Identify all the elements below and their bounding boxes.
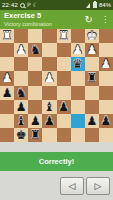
square-g7[interactable]: ♟ [85, 43, 99, 57]
black-king: ♚ [16, 128, 27, 140]
black-knight: ♞ [16, 86, 27, 98]
p-notification-icon: P [27, 2, 31, 8]
square-a4[interactable]: ♟ [0, 86, 14, 100]
square-e8[interactable]: ♜ [57, 29, 71, 43]
square-g4[interactable] [85, 86, 99, 100]
square-c7[interactable]: ♞ [28, 43, 42, 57]
square-d4[interactable] [42, 86, 56, 100]
black-pawn: ♟ [101, 114, 112, 126]
square-c4[interactable] [28, 86, 42, 100]
square-h1[interactable] [99, 128, 113, 142]
square-e3[interactable]: ♟ [57, 100, 71, 114]
black-pawn: ♟ [2, 86, 13, 98]
square-e4[interactable] [57, 86, 71, 100]
previous-exercise-button[interactable]: ◁ [60, 177, 84, 195]
battery-icon [93, 2, 97, 8]
white-pawn: ♟ [86, 44, 97, 56]
square-g8[interactable]: ♚ [85, 29, 99, 43]
square-b1[interactable]: ♚ [14, 128, 28, 142]
square-g5[interactable]: ♜ [85, 71, 99, 85]
square-e1[interactable] [57, 128, 71, 142]
chess-board: ♜♜♚♟♞♟♟♛♟♟♟♜♟♞♟♝♟♝♟♟♟♟♚♜ [0, 29, 113, 142]
overflow-menu-icon[interactable]: ⋮ [101, 16, 109, 24]
page-title: Exercise 5 [4, 12, 52, 20]
square-h7[interactable] [99, 43, 113, 57]
black-rook: ♜ [86, 72, 97, 84]
black-queen: ♛ [72, 58, 83, 70]
search-icon [20, 3, 25, 8]
square-g6[interactable] [85, 57, 99, 71]
square-c3[interactable] [28, 100, 42, 114]
black-rook: ♜ [30, 128, 41, 140]
square-h4[interactable] [99, 86, 113, 100]
square-d3[interactable]: ♝ [42, 100, 56, 114]
battery-percent: 84% [99, 2, 111, 8]
square-c2[interactable]: ♟ [28, 114, 42, 128]
square-a6[interactable] [0, 57, 14, 71]
white-king: ♚ [86, 30, 97, 42]
square-g1[interactable] [85, 128, 99, 142]
moon-icon: ☾ [33, 2, 38, 8]
square-b4[interactable]: ♞ [14, 86, 28, 100]
square-a2[interactable] [0, 114, 14, 128]
black-pawn: ♟ [44, 114, 55, 126]
square-f2[interactable] [71, 114, 85, 128]
black-knight: ♞ [30, 44, 41, 56]
next-exercise-button[interactable]: ▷ [86, 177, 110, 195]
square-a3[interactable] [0, 100, 14, 114]
bottom-panel: Correctly! ◁ ▷ [0, 142, 113, 200]
white-pawn: ♟ [16, 44, 27, 56]
square-h8[interactable] [99, 29, 113, 43]
square-a5[interactable]: ♟ [0, 71, 14, 85]
result-toast: Correctly! [0, 152, 113, 171]
square-d6[interactable] [42, 57, 56, 71]
page-subtitle: Victory combination [4, 21, 52, 27]
signal-icon [86, 3, 90, 8]
refresh-icon[interactable]: ↻ [85, 15, 93, 25]
square-h3[interactable] [99, 100, 113, 114]
square-b8[interactable] [14, 29, 28, 43]
square-c8[interactable] [28, 29, 42, 43]
square-b2[interactable]: ♝ [14, 114, 28, 128]
square-d5[interactable]: ♟ [42, 71, 56, 85]
square-c1[interactable]: ♜ [28, 128, 42, 142]
black-pawn: ♟ [16, 100, 27, 112]
status-bar: 22:42 P ☾ 84% [0, 0, 113, 10]
white-pawn: ♟ [2, 72, 13, 84]
square-d7[interactable] [42, 43, 56, 57]
next-arrow-icon: ▷ [95, 181, 102, 191]
square-d2[interactable]: ♟ [42, 114, 56, 128]
white-pawn: ♟ [72, 44, 83, 56]
square-d8[interactable] [42, 29, 56, 43]
square-f6[interactable]: ♛ [71, 57, 85, 71]
white-pawn: ♟ [44, 72, 55, 84]
square-d1[interactable] [42, 128, 56, 142]
square-h2[interactable]: ♟ [99, 114, 113, 128]
square-f3[interactable] [71, 100, 85, 114]
square-b3[interactable]: ♟ [14, 100, 28, 114]
app-window: 22:42 P ☾ 84% Exercise 5 Victory combina… [0, 0, 113, 200]
header-titles: Exercise 5 Victory combination [4, 12, 52, 26]
square-f1[interactable] [71, 128, 85, 142]
square-e7[interactable] [57, 43, 71, 57]
square-f4[interactable] [71, 86, 85, 100]
square-f7[interactable]: ♟ [71, 43, 85, 57]
square-g2[interactable]: ♟ [85, 114, 99, 128]
black-bishop: ♝ [44, 100, 55, 112]
square-c6[interactable] [28, 57, 42, 71]
square-b7[interactable]: ♟ [14, 43, 28, 57]
square-b5[interactable] [14, 71, 28, 85]
square-f5[interactable] [71, 71, 85, 85]
square-e5[interactable] [57, 71, 71, 85]
status-left: 22:42 P ☾ [2, 2, 38, 8]
square-b6[interactable] [14, 57, 28, 71]
clock: 22:42 [2, 2, 18, 8]
black-pawn: ♟ [58, 100, 69, 112]
square-e2[interactable] [57, 114, 71, 128]
square-e6[interactable] [57, 57, 71, 71]
square-a8[interactable]: ♜ [0, 29, 14, 43]
white-rook: ♜ [2, 30, 13, 42]
square-f8[interactable] [71, 29, 85, 43]
square-a1[interactable] [0, 128, 14, 142]
square-h6[interactable]: ♟ [99, 57, 113, 71]
square-a7[interactable] [0, 43, 14, 57]
white-pawn: ♟ [101, 58, 112, 70]
square-c5[interactable] [28, 71, 42, 85]
white-rook: ♜ [58, 30, 69, 42]
status-right: 84% [86, 2, 111, 8]
exercise-nav: ◁ ▷ [60, 177, 110, 195]
black-pawn: ♟ [86, 114, 97, 126]
square-h5[interactable] [99, 71, 113, 85]
header-actions: ↻ ⋮ [85, 15, 109, 25]
square-g3[interactable] [85, 100, 99, 114]
app-header: Exercise 5 Victory combination ↻ ⋮ [0, 10, 113, 29]
black-pawn: ♟ [30, 114, 41, 126]
previous-arrow-icon: ◁ [69, 181, 76, 191]
black-bishop: ♝ [16, 114, 27, 126]
